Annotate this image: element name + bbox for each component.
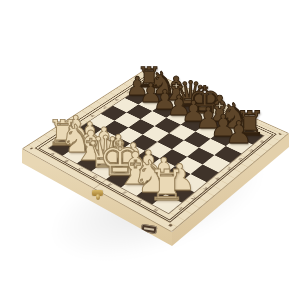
corner-screw-icon [30, 147, 34, 149]
coordinate-label: A [49, 152, 55, 156]
coordinate-label: F [121, 191, 127, 195]
clasp-latch-icon [92, 190, 103, 200]
coordinate-label: G [136, 199, 143, 204]
coordinate-label: 7 [248, 149, 254, 153]
coordinate-label: 3 [202, 186, 208, 190]
coordinate-label: C [77, 167, 83, 171]
coordinate-label: B [63, 160, 69, 164]
coordinate-label: F [224, 114, 229, 117]
coordinate-label: B [168, 89, 173, 92]
coordinate-label: C [181, 95, 186, 98]
clasp-knob [96, 194, 101, 200]
coordinate-label: H [152, 208, 159, 213]
coordinate-label: 4 [214, 177, 220, 181]
coordinate-label: 2 [190, 196, 196, 200]
coordinate-label: 1 [177, 207, 183, 211]
product-photo: ABCDEFGH ABCDEFGH 87654321 87654321 ♜♞♝♛… [0, 0, 300, 300]
coordinate-label: D [92, 175, 99, 179]
coordinate-label: 5 [226, 167, 232, 171]
corner-screw-icon [168, 224, 172, 227]
coordinate-label: E [209, 108, 214, 111]
coordinate-label: 8 [259, 140, 264, 144]
corner-screw-icon [278, 133, 281, 135]
coordinate-label: E [106, 183, 112, 187]
corner-screw-icon [145, 73, 148, 75]
coordinate-label: A [154, 83, 159, 86]
coordinate-label: 6 [237, 158, 243, 162]
